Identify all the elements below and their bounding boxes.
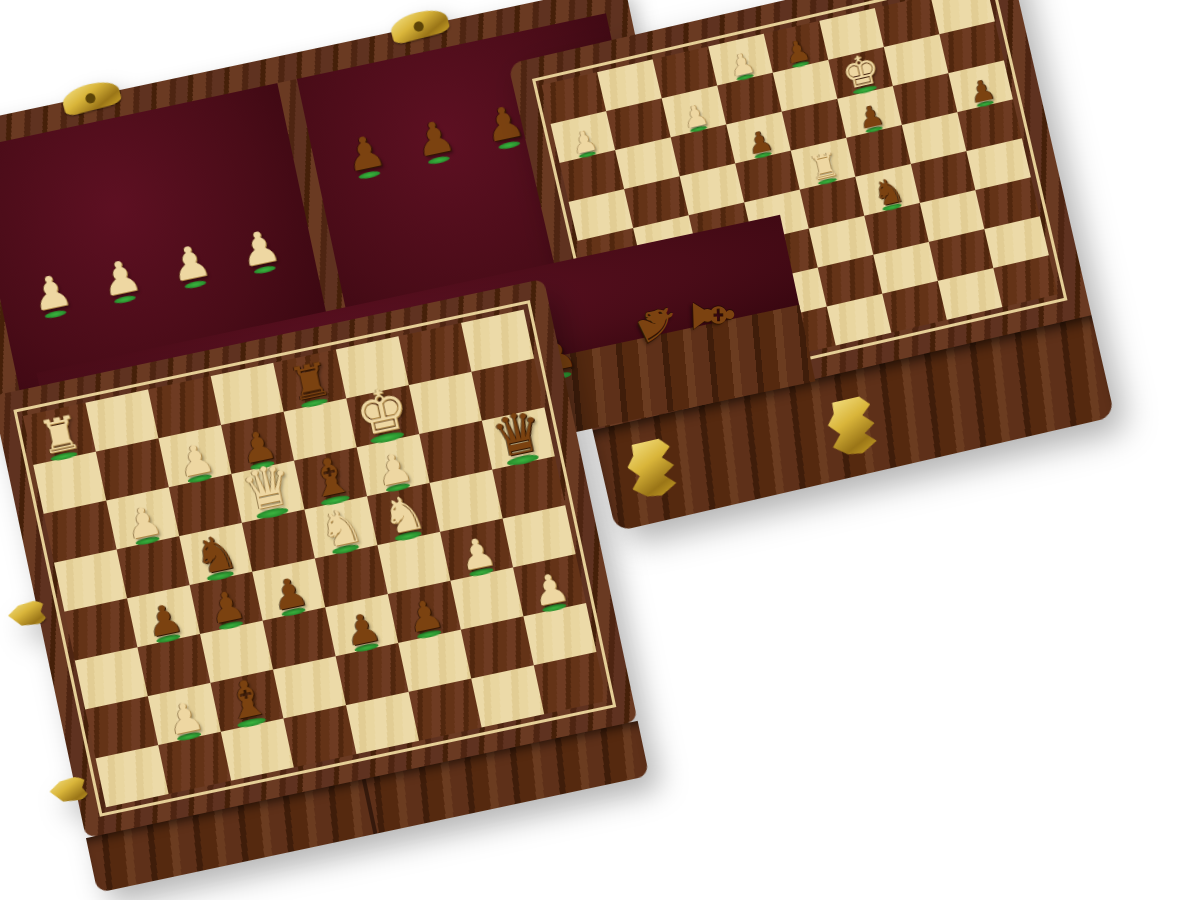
brown-knight: ♞ <box>869 171 907 212</box>
brown-bishop: ♝ <box>684 289 742 341</box>
lid-hinge-icon <box>388 5 451 45</box>
white-pawn: ♟ <box>236 223 284 274</box>
lid-hinge-icon <box>60 77 123 117</box>
white-pawn: ♟ <box>97 252 145 303</box>
brown-pawn: ♟ <box>966 74 998 108</box>
box-latch-icon <box>623 437 680 502</box>
white-pawn: ♟ <box>726 47 758 81</box>
brown-pawn: ♟ <box>855 99 887 133</box>
brown-bishop: ♝ <box>220 671 274 729</box>
brown-pawn: ♟ <box>268 570 311 617</box>
white-pawn: ♟ <box>174 437 217 484</box>
brown-pawn: ♟ <box>403 592 446 639</box>
white-pawn: ♟ <box>163 695 206 742</box>
folding-seam <box>362 779 378 835</box>
front-board-inlay-line: ♜♜♟♟♚♟♛♝♟♛♞♞♞♟♟♟♟♟♟♟♟♝ <box>13 300 616 817</box>
brown-knight: ♞ <box>190 526 242 582</box>
white-rook: ♜ <box>35 408 85 462</box>
brown-pawn: ♟ <box>744 125 776 159</box>
box-clasp-icon <box>47 773 92 807</box>
white-pawn: ♟ <box>372 446 415 493</box>
front-board-grid: ♜♜♟♟♚♟♛♝♟♛♞♞♞♟♟♟♟♟♟♟♟♝ <box>23 310 607 808</box>
white-pawn: ♟ <box>27 267 75 318</box>
product-photo-scene: ♟♟♟♟ ♟♟♟♟ ♟♟♟♟♚♟♟♟♜♞ ♟♟♟♝ ♟♟ ♞♝ <box>0 0 1200 900</box>
box-clasp-icon <box>6 597 51 631</box>
brown-pawn: ♟ <box>341 128 389 179</box>
white-pawn: ♟ <box>529 566 572 613</box>
brown-pawn: ♟ <box>205 583 248 630</box>
brown-bishop: ♝ <box>303 448 357 506</box>
brown-pawn: ♟ <box>143 597 186 644</box>
brown-pawn: ♟ <box>781 34 813 68</box>
brown-pawn: ♟ <box>341 606 384 653</box>
white-knight: ♞ <box>315 499 367 555</box>
white-pawn: ♟ <box>122 499 165 546</box>
white-pawn-row: ♟♟♟♟ <box>0 181 315 325</box>
brown-pawn: ♟ <box>411 113 459 164</box>
white-pawn: ♟ <box>456 530 499 577</box>
brown-rook: ♜ <box>285 355 335 409</box>
white-knight: ♞ <box>377 486 429 542</box>
brown-pawn: ♟ <box>237 423 280 470</box>
white-rook: ♜ <box>805 147 841 186</box>
white-pawn: ♟ <box>166 237 214 288</box>
white-pawn: ♟ <box>568 125 600 159</box>
white-pawn: ♟ <box>679 99 711 133</box>
box-latch-icon <box>823 395 880 460</box>
